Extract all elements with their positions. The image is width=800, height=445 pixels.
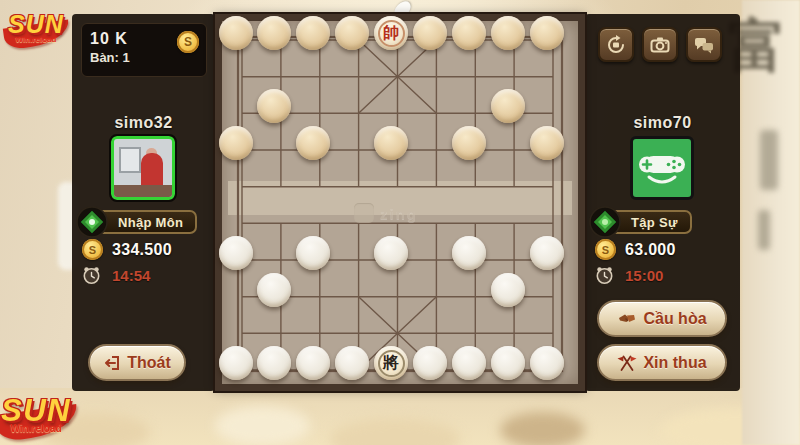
hidden-piece-top[interactable] xyxy=(530,126,564,160)
player-avatar[interactable] xyxy=(630,136,694,200)
ink-mark xyxy=(758,210,770,250)
river-watermark: zing xyxy=(354,203,418,223)
rank-diamond-icon xyxy=(589,206,621,238)
hidden-piece-top[interactable] xyxy=(374,126,408,160)
chat-icon xyxy=(693,34,715,56)
draw-offer-button[interactable]: Cầu hòa xyxy=(597,300,727,337)
timer-value: 14:54 xyxy=(112,267,150,284)
coins-value: 63.000 xyxy=(625,241,676,259)
player-name: simo32 xyxy=(72,114,215,132)
hidden-piece-bottom[interactable] xyxy=(530,236,564,270)
hidden-piece-top[interactable] xyxy=(219,16,253,50)
avatar-photo-window xyxy=(119,147,141,173)
brand-tagline: Win.reload xyxy=(0,423,86,434)
exit-button[interactable]: Thoát xyxy=(88,344,186,381)
left-player-panel: 10 K Bàn: 1 S simo32 Nhập Môn S 334.500 xyxy=(72,14,215,391)
exit-door-icon xyxy=(103,354,121,372)
gamepad-avatar-icon xyxy=(633,139,691,197)
timer-value: 15:00 xyxy=(625,267,663,284)
coin-icon: S xyxy=(177,31,199,53)
brand-tagline: Win.reload xyxy=(0,35,76,44)
rotate-icon xyxy=(605,34,627,56)
rotate-button[interactable] xyxy=(598,27,634,62)
avatar-photo-figure xyxy=(141,153,163,189)
coin-icon: S xyxy=(595,239,616,260)
hidden-piece-top[interactable] xyxy=(452,126,486,160)
brand-logo-bottom: SUN Win.reload xyxy=(0,392,86,435)
rank-diamond-icon xyxy=(76,206,108,238)
hidden-piece-bottom[interactable] xyxy=(219,346,253,380)
ink-mark xyxy=(760,130,778,190)
camera-button[interactable] xyxy=(642,27,678,62)
table-info-box: 10 K Bàn: 1 S xyxy=(81,23,207,77)
draw-button-label: Cầu hòa xyxy=(643,310,706,328)
exit-button-label: Thoát xyxy=(127,354,171,372)
table-toolbar xyxy=(598,27,722,62)
watermark-text: zing xyxy=(380,205,418,222)
player-name: simo70 xyxy=(585,114,740,132)
rank-badge: Nhập Môn xyxy=(76,207,197,237)
hidden-piece-bottom[interactable] xyxy=(491,346,525,380)
red-general-character: 帥 xyxy=(378,20,405,47)
handshake-icon xyxy=(617,309,637,329)
camera-icon xyxy=(649,34,671,56)
coin-icon: S xyxy=(82,239,103,260)
hidden-piece-bottom[interactable] xyxy=(452,236,486,270)
hidden-piece-bottom[interactable] xyxy=(219,236,253,270)
chat-button[interactable] xyxy=(686,27,722,62)
crossed-flags-icon xyxy=(617,353,637,373)
rank-label: Nhập Môn xyxy=(94,210,197,234)
coins-value: 334.500 xyxy=(112,241,172,259)
red-general-piece[interactable]: 帥 xyxy=(374,16,408,50)
coins-row: S 334.500 xyxy=(82,239,172,260)
avatar-photo-floor xyxy=(114,185,172,197)
black-general-character: 將 xyxy=(378,350,405,377)
hidden-piece-top[interactable] xyxy=(530,16,564,50)
player-avatar[interactable] xyxy=(111,136,175,200)
hidden-piece-bottom[interactable] xyxy=(452,346,486,380)
background-table xyxy=(0,388,800,445)
hidden-piece-bottom[interactable] xyxy=(491,273,525,307)
hidden-piece-top[interactable] xyxy=(452,16,486,50)
timer-row: 14:54 xyxy=(82,266,150,285)
hidden-piece-top[interactable] xyxy=(219,126,253,160)
clock-icon xyxy=(82,266,101,285)
watermark-logo-icon xyxy=(354,203,374,223)
resign-button[interactable]: Xin thua xyxy=(597,344,727,381)
resign-button-label: Xin thua xyxy=(643,354,706,372)
timer-row: 15:00 xyxy=(595,266,663,285)
coins-row: S 63.000 xyxy=(595,239,676,260)
hidden-piece-top[interactable] xyxy=(335,16,369,50)
background-blob xyxy=(500,412,585,445)
right-player-panel: simo70 Tập Sự S 63.000 xyxy=(585,14,740,391)
background-blob xyxy=(330,418,460,445)
rank-badge: Tập Sự xyxy=(589,207,692,237)
table-number: Bàn: 1 xyxy=(90,50,198,65)
hidden-piece-top[interactable] xyxy=(491,16,525,50)
hidden-piece-top[interactable] xyxy=(413,16,447,50)
hidden-piece-top[interactable] xyxy=(491,89,525,123)
clock-icon xyxy=(595,266,614,285)
game-screen: 富 SUN Win.reload SUN Win.reload 10 K Bàn… xyxy=(0,0,800,445)
background-blob xyxy=(215,406,310,445)
hidden-piece-bottom[interactable] xyxy=(530,346,564,380)
brand-logo: SUN Win.reload xyxy=(0,10,76,44)
xiangqi-board[interactable]: zing 帥將 xyxy=(215,14,585,391)
